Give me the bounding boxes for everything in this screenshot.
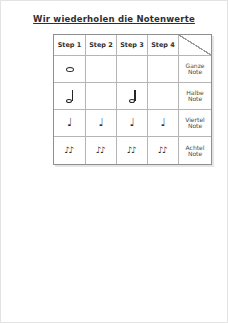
header-step3: Step 3 (116, 35, 147, 55)
half-note-head (66, 99, 72, 103)
cell-achtel-step1: ♪♪ (54, 136, 85, 164)
cell-viertel-step4: ♩ (147, 109, 178, 136)
page-title: Wir wiederholen die Notenwerte (1, 14, 227, 24)
header-step2: Step 2 (85, 35, 116, 55)
quarter-note-icon: ♩ (129, 117, 134, 128)
cell-ganze-step2 (85, 55, 116, 82)
cell-viertel-step1: ♩ (54, 109, 85, 136)
note-values-table: Step 1 Step 2 Step 3 Step 4 Ganze Note H… (53, 34, 212, 165)
quarter-note-icon: ♩ (160, 117, 165, 128)
half-note-icon (129, 90, 136, 103)
cell-viertel-step2: ♩ (85, 109, 116, 136)
eighth-note-pair-icon: ♪♪ (127, 146, 138, 155)
cell-ganze-step4 (147, 55, 178, 82)
cell-halbe-step2 (85, 82, 116, 109)
quarter-note-icon: ♩ (98, 117, 103, 128)
label-viertel-note: Viertel Note (178, 109, 211, 136)
half-note-icon (66, 90, 73, 103)
quarter-note-icon: ♩ (67, 117, 72, 128)
worksheet-page: Wir wiederholen die Notenwerte Step 1 St… (0, 0, 228, 323)
cell-halbe-step1 (54, 82, 85, 109)
header-step1: Step 1 (54, 35, 85, 55)
header-step4: Step 4 (147, 35, 178, 55)
cell-ganze-step3 (116, 55, 147, 82)
cell-achtel-step4: ♪♪ (147, 136, 178, 164)
eighth-note-pair-icon: ♪♪ (64, 146, 75, 155)
cell-halbe-step4 (147, 82, 178, 109)
cell-achtel-step3: ♪♪ (116, 136, 147, 164)
label-achtel-note: Achtel Note (178, 136, 211, 164)
header-corner-diagonal (178, 35, 211, 55)
whole-note-icon (66, 67, 74, 72)
half-note-stem (72, 90, 73, 102)
cell-halbe-step3 (116, 82, 147, 109)
label-ganze-note: Ganze Note (178, 55, 211, 82)
label-halbe-note: Halbe Note (178, 82, 211, 109)
cell-achtel-step2: ♪♪ (85, 136, 116, 164)
cell-ganze-step1 (54, 55, 85, 82)
eighth-note-pair-icon: ♪♪ (96, 146, 107, 155)
eighth-note-pair-icon: ♪♪ (158, 146, 169, 155)
half-note-head (129, 99, 135, 103)
cell-viertel-step3: ♩ (116, 109, 147, 136)
